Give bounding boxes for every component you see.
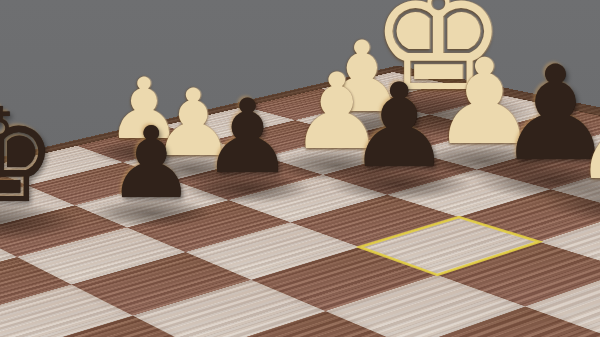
square-a4[interactable]	[525, 270, 600, 337]
square-c4[interactable]	[359, 217, 539, 275]
square-d5[interactable]	[186, 222, 360, 280]
square-d8[interactable]	[0, 320, 3, 337]
square-c7[interactable]	[3, 316, 203, 337]
piece-black-pawn-f4[interactable]: ♟︎	[202, 86, 293, 188]
square-b4[interactable]	[437, 242, 600, 307]
square-c5[interactable]	[251, 247, 437, 311]
square-d6[interactable]	[71, 252, 251, 316]
black-king-icon: ♚︎	[0, 91, 58, 221]
square-d4[interactable]	[290, 195, 458, 247]
square-d7[interactable]	[0, 285, 133, 337]
square-b5[interactable]	[325, 275, 525, 337]
black-pawn-icon: ♟︎	[347, 68, 451, 184]
piece-black-pawn-f5[interactable]: ♟︎	[107, 114, 195, 213]
piece-black-pawn-e3[interactable]: ♟︎	[347, 68, 451, 184]
square-e7[interactable]	[0, 257, 71, 320]
black-pawn-icon: ♟︎	[107, 114, 195, 213]
game-viewport: ♚︎♟︎♟︎♟︎♟︎♟︎♟︎♚︎♜︎♟︎♟︎♟︎♟︎	[0, 0, 600, 337]
square-b6[interactable]	[203, 311, 411, 337]
piece-white-pawn-c2[interactable]: ♟︎	[569, 56, 600, 201]
square-a5[interactable]	[410, 306, 600, 337]
square-c6[interactable]	[133, 280, 326, 337]
white-pawn-icon: ♟︎	[569, 56, 600, 201]
black-pawn-icon: ♟︎	[202, 86, 293, 188]
piece-black-king-g6[interactable]: ♚︎	[0, 91, 58, 221]
